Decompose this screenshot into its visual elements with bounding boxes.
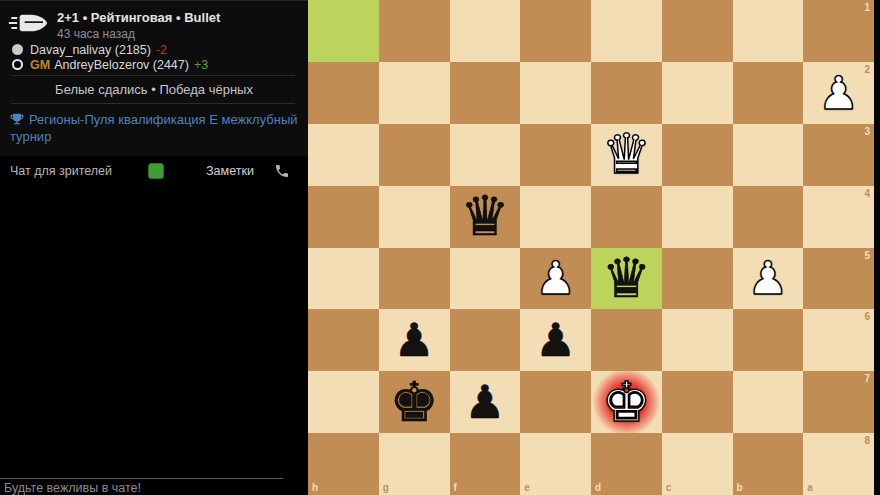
square-h3[interactable] xyxy=(308,124,379,186)
divider xyxy=(11,103,295,104)
square-h8[interactable]: h xyxy=(308,433,379,495)
piece-white-king[interactable]: ♚ xyxy=(591,371,662,433)
file-label-a: a xyxy=(807,483,813,493)
piece-black-king[interactable]: ♚ xyxy=(379,371,450,433)
square-a5[interactable]: 5 xyxy=(803,248,874,310)
square-b6[interactable] xyxy=(733,309,804,371)
phone-icon[interactable] xyxy=(274,163,290,179)
square-d7[interactable]: ♚ xyxy=(591,371,662,433)
chat-toggle[interactable] xyxy=(148,163,164,179)
players-list: Davay_nalivay (2185) -2 GM AndreyBelozer… xyxy=(12,42,208,72)
piece-black-queen[interactable]: ♛ xyxy=(450,186,521,248)
square-e7[interactable] xyxy=(520,371,591,433)
chat-messages-area xyxy=(0,186,308,478)
piece-black-queen[interactable]: ♛ xyxy=(591,248,662,310)
square-g2[interactable] xyxy=(379,62,450,124)
piece-black-pawn[interactable]: ♟ xyxy=(520,309,591,371)
file-label-c: c xyxy=(666,483,672,493)
square-c3[interactable] xyxy=(662,124,733,186)
square-a6[interactable]: 6 xyxy=(803,309,874,371)
square-f8[interactable]: f xyxy=(450,433,521,495)
square-c7[interactable] xyxy=(662,371,733,433)
square-f7[interactable]: ♟ xyxy=(450,371,521,433)
square-e8[interactable]: e xyxy=(520,433,591,495)
rank-label-1: 1 xyxy=(864,3,870,13)
file-label-e: e xyxy=(524,483,530,493)
square-e3[interactable] xyxy=(520,124,591,186)
square-c4[interactable] xyxy=(662,186,733,248)
piece-black-pawn[interactable]: ♟ xyxy=(450,371,521,433)
square-a7[interactable]: 7 xyxy=(803,371,874,433)
square-a3[interactable]: 3 xyxy=(803,124,874,186)
divider xyxy=(0,478,283,479)
square-a8[interactable]: 8a xyxy=(803,433,874,495)
square-g7[interactable]: ♚ xyxy=(379,371,450,433)
square-e6[interactable]: ♟ xyxy=(520,309,591,371)
sidebar: 2+1 • Рейтинговая • Bullet 43 часа назад… xyxy=(0,0,308,495)
piece-white-queen[interactable]: ♛ xyxy=(591,124,662,186)
square-h1[interactable] xyxy=(308,0,379,62)
square-c2[interactable] xyxy=(662,62,733,124)
file-label-b: b xyxy=(737,483,743,493)
square-g3[interactable] xyxy=(379,124,450,186)
square-a1[interactable]: 1 xyxy=(803,0,874,62)
file-label-f: f xyxy=(454,483,457,493)
file-label-h: h xyxy=(312,483,318,493)
file-label-d: d xyxy=(595,483,601,493)
square-d6[interactable] xyxy=(591,309,662,371)
piece-black-pawn[interactable]: ♟ xyxy=(379,309,450,371)
square-b7[interactable] xyxy=(733,371,804,433)
square-g5[interactable] xyxy=(379,248,450,310)
game-info-panel: 2+1 • Рейтинговая • Bullet 43 часа назад… xyxy=(0,1,308,156)
square-g6[interactable]: ♟ xyxy=(379,309,450,371)
player-black-name[interactable]: AndreyBelozerov (2447) xyxy=(54,58,189,72)
square-f4[interactable]: ♛ xyxy=(450,186,521,248)
square-e5[interactable]: ♟ xyxy=(520,248,591,310)
player-white-name[interactable]: Davay_nalivay (2185) xyxy=(30,43,151,57)
game-title: 2+1 • Рейтинговая • Bullet xyxy=(57,10,220,25)
square-e4[interactable] xyxy=(520,186,591,248)
square-b3[interactable] xyxy=(733,124,804,186)
piece-white-pawn[interactable]: ♟ xyxy=(803,62,874,124)
black-color-disc-icon xyxy=(12,59,23,70)
player-white-row[interactable]: Davay_nalivay (2185) -2 xyxy=(12,42,208,57)
square-f3[interactable] xyxy=(450,124,521,186)
square-d1[interactable] xyxy=(591,0,662,62)
square-h6[interactable] xyxy=(308,309,379,371)
square-d2[interactable] xyxy=(591,62,662,124)
square-g4[interactable] xyxy=(379,186,450,248)
square-c1[interactable] xyxy=(662,0,733,62)
tab-notes[interactable]: Заметки xyxy=(206,164,254,178)
white-color-disc-icon xyxy=(12,44,23,55)
square-d8[interactable]: d xyxy=(591,433,662,495)
square-b2[interactable] xyxy=(733,62,804,124)
player-black-row[interactable]: GM AndreyBelozerov (2447) +3 xyxy=(12,57,208,72)
file-label-g: g xyxy=(383,483,389,493)
square-a2[interactable]: 2♟ xyxy=(803,62,874,124)
square-c6[interactable] xyxy=(662,309,733,371)
piece-white-pawn[interactable]: ♟ xyxy=(520,248,591,310)
square-g8[interactable]: g xyxy=(379,433,450,495)
square-d5[interactable]: ♛ xyxy=(591,248,662,310)
square-b8[interactable]: b xyxy=(733,433,804,495)
tab-spectator-chat[interactable]: Чат для зрителей xyxy=(10,164,112,178)
divider xyxy=(11,75,295,76)
square-f1[interactable] xyxy=(450,0,521,62)
rank-label-3: 3 xyxy=(864,127,870,137)
square-c5[interactable] xyxy=(662,248,733,310)
square-f2[interactable] xyxy=(450,62,521,124)
square-f5[interactable] xyxy=(450,248,521,310)
rank-label-7: 7 xyxy=(864,374,870,384)
game-time-ago: 43 часа назад xyxy=(57,27,135,41)
square-b4[interactable] xyxy=(733,186,804,248)
bullet-speed-icon xyxy=(8,10,48,36)
window-edge xyxy=(874,0,880,495)
player-black-title-badge: GM xyxy=(30,58,50,72)
square-h5[interactable] xyxy=(308,248,379,310)
chess-board: 12♟♛3♛4♟♛♟5♟♟6♚♟♚7hgfedcb8a xyxy=(308,0,874,495)
square-a4[interactable]: 4 xyxy=(803,186,874,248)
rank-label-8: 8 xyxy=(864,436,870,446)
tournament-link[interactable]: Регионы-Пуля квалификация E межклубный т… xyxy=(10,111,298,145)
player-black-rating-change: +3 xyxy=(194,58,208,72)
chat-input[interactable]: Будьте вежливы в чате! xyxy=(4,481,304,495)
square-h2[interactable] xyxy=(308,62,379,124)
rank-label-4: 4 xyxy=(864,189,870,199)
square-h7[interactable] xyxy=(308,371,379,433)
square-b1[interactable] xyxy=(733,0,804,62)
square-d3[interactable]: ♛ xyxy=(591,124,662,186)
square-b5[interactable]: ♟ xyxy=(733,248,804,310)
rank-label-6: 6 xyxy=(864,312,870,322)
square-e1[interactable] xyxy=(520,0,591,62)
square-d4[interactable] xyxy=(591,186,662,248)
square-c8[interactable]: c xyxy=(662,433,733,495)
square-g1[interactable] xyxy=(379,0,450,62)
square-f6[interactable] xyxy=(450,309,521,371)
square-e2[interactable] xyxy=(520,62,591,124)
square-h4[interactable] xyxy=(308,186,379,248)
game-result-text: Белые сдались • Победа чёрных xyxy=(0,82,308,97)
rank-label-5: 5 xyxy=(864,251,870,261)
piece-white-pawn[interactable]: ♟ xyxy=(733,248,804,310)
chat-header: Чат для зрителей Заметки xyxy=(0,156,308,186)
player-white-rating-change: -2 xyxy=(156,43,167,57)
trophy-icon xyxy=(10,112,24,126)
tournament-label: Регионы-Пуля квалификация E межклубный т… xyxy=(10,112,298,144)
